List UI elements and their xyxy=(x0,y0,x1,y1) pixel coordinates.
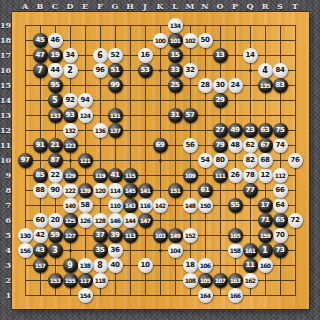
black-stone-D3-move-9[interactable]: 9 xyxy=(63,258,78,273)
black-stone-L13-move-31[interactable]: 31 xyxy=(168,108,183,123)
black-stone-R4-move-1[interactable]: 1 xyxy=(258,243,273,258)
white-stone-F16-move-96[interactable]: 96 xyxy=(93,63,108,78)
white-stone-S11-move-74[interactable]: 74 xyxy=(273,138,288,153)
column-label-B: B xyxy=(33,1,48,12)
black-stone-B16-move-7[interactable]: 7 xyxy=(33,63,48,78)
black-stone-G5-move-39[interactable]: 39 xyxy=(108,228,123,243)
white-stone-F12-move-136[interactable]: 136 xyxy=(93,123,108,138)
white-stone-Q17-move-14[interactable]: 14 xyxy=(243,48,258,63)
white-stone-J3-move-10[interactable]: 10 xyxy=(138,258,153,273)
row-label-15: 15 xyxy=(0,78,11,93)
black-stone-S6-move-65[interactable]: 65 xyxy=(273,213,288,228)
black-stone-O12-move-27[interactable]: 27 xyxy=(213,123,228,138)
white-stone-E3-move-138[interactable]: 138 xyxy=(78,258,93,273)
white-stone-E14-move-94[interactable]: 94 xyxy=(78,93,93,108)
black-stone-H9-move-115[interactable]: 115 xyxy=(123,168,138,183)
white-stone-P15-move-24[interactable]: 24 xyxy=(228,78,243,93)
column-coordinate-labels: ABCDEFGHJKLMNOPQRST xyxy=(18,1,303,12)
white-stone-G8-move-114[interactable]: 114 xyxy=(108,183,123,198)
white-stone-P11-move-48[interactable]: 48 xyxy=(228,138,243,153)
white-stone-R3-move-160[interactable]: 160 xyxy=(258,258,273,273)
white-stone-L19-move-134[interactable]: 134 xyxy=(168,18,183,33)
black-stone-C17-move-19[interactable]: 19 xyxy=(48,48,63,63)
white-stone-G17-move-52[interactable]: 52 xyxy=(108,48,123,63)
white-stone-P1-move-166[interactable]: 166 xyxy=(228,288,243,303)
white-stone-C9-move-22[interactable]: 22 xyxy=(48,168,63,183)
black-stone-M13-move-57[interactable]: 57 xyxy=(183,108,198,123)
row-label-2: 2 xyxy=(0,273,11,288)
black-stone-E8-move-139[interactable]: 139 xyxy=(78,183,93,198)
white-stone-M2-move-108[interactable]: 108 xyxy=(183,273,198,288)
white-stone-E1-move-154[interactable]: 154 xyxy=(78,288,93,303)
black-stone-B11-move-91[interactable]: 91 xyxy=(33,138,48,153)
black-stone-D11-move-123[interactable]: 123 xyxy=(63,138,78,153)
black-stone-N2-move-105[interactable]: 105 xyxy=(198,273,213,288)
black-stone-R7-move-17[interactable]: 17 xyxy=(258,198,273,213)
black-stone-P5-move-165[interactable]: 165 xyxy=(228,228,243,243)
white-stone-N1-move-164[interactable]: 164 xyxy=(198,288,213,303)
white-stone-B5-move-42[interactable]: 42 xyxy=(33,228,48,243)
black-stone-G12-move-137[interactable]: 137 xyxy=(108,123,123,138)
white-stone-N3-move-106[interactable]: 106 xyxy=(198,258,213,273)
black-stone-K5-move-103[interactable]: 103 xyxy=(153,228,168,243)
white-stone-G7-move-110[interactable]: 110 xyxy=(108,198,123,213)
black-stone-H8-move-145[interactable]: 145 xyxy=(123,183,138,198)
black-stone-G9-move-41[interactable]: 41 xyxy=(108,168,123,183)
row-label-8: 8 xyxy=(0,183,11,198)
black-stone-L18-move-101[interactable]: 101 xyxy=(168,33,183,48)
white-stone-D17-move-34[interactable]: 34 xyxy=(63,48,78,63)
white-stone-F2-move-118[interactable]: 118 xyxy=(93,273,108,288)
column-label-S: S xyxy=(273,1,288,12)
white-stone-N15-move-28[interactable]: 28 xyxy=(198,78,213,93)
black-stone-G13-move-131[interactable]: 131 xyxy=(108,108,123,123)
white-stone-G3-move-40[interactable]: 40 xyxy=(108,258,123,273)
row-label-14: 14 xyxy=(0,93,11,108)
row-label-16: 16 xyxy=(0,63,11,78)
black-stone-C14-move-5[interactable]: 5 xyxy=(48,93,63,108)
white-stone-J7-move-116[interactable]: 116 xyxy=(138,198,153,213)
column-label-A: A xyxy=(18,1,33,12)
white-stone-C6-move-20[interactable]: 20 xyxy=(48,213,63,228)
black-stone-H7-move-143[interactable]: 143 xyxy=(123,198,138,213)
white-stone-L4-move-104[interactable]: 104 xyxy=(168,243,183,258)
black-stone-B18-move-45[interactable]: 45 xyxy=(33,33,48,48)
white-stone-Q9-move-78[interactable]: 78 xyxy=(243,168,258,183)
black-stone-C4-move-3[interactable]: 3 xyxy=(48,243,63,258)
white-stone-O10-move-80[interactable]: 80 xyxy=(213,153,228,168)
black-stone-C2-move-153[interactable]: 153 xyxy=(48,273,63,288)
stones-layer: 1234567891011121314151617181920212223242… xyxy=(18,18,303,303)
white-stone-F17-move-6[interactable]: 6 xyxy=(93,48,108,63)
row-label-19: 19 xyxy=(0,18,11,33)
white-stone-Q2-move-162[interactable]: 162 xyxy=(243,273,258,288)
black-stone-D13-move-93[interactable]: 93 xyxy=(63,108,78,123)
column-label-K: K xyxy=(153,1,168,12)
black-stone-O17-move-13[interactable]: 13 xyxy=(213,48,228,63)
white-stone-S9-move-112[interactable]: 112 xyxy=(273,168,288,183)
black-stone-E2-move-117[interactable]: 117 xyxy=(78,273,93,288)
column-label-Q: Q xyxy=(243,1,258,12)
column-label-L: L xyxy=(168,1,183,12)
row-label-11: 11 xyxy=(0,138,11,153)
white-stone-R10-move-68[interactable]: 68 xyxy=(258,153,273,168)
black-stone-J16-move-53[interactable]: 53 xyxy=(138,63,153,78)
row-label-5: 5 xyxy=(0,228,11,243)
white-stone-D14-move-92[interactable]: 92 xyxy=(63,93,78,108)
black-stone-F9-move-119[interactable]: 119 xyxy=(93,168,108,183)
black-stone-B9-move-85[interactable]: 85 xyxy=(33,168,48,183)
black-stone-K11-move-69[interactable]: 69 xyxy=(153,138,168,153)
black-stone-L15-move-25[interactable]: 25 xyxy=(168,78,183,93)
white-stone-M18-move-102[interactable]: 102 xyxy=(183,33,198,48)
black-stone-M9-move-109[interactable]: 109 xyxy=(183,168,198,183)
black-stone-Q8-move-77[interactable]: 77 xyxy=(243,183,258,198)
white-stone-M11-move-56[interactable]: 56 xyxy=(183,138,198,153)
go-kifu-screen: ABCDEFGHJKLMNOPQRST 19181716151413121110… xyxy=(0,0,320,320)
white-stone-N18-move-50[interactable]: 50 xyxy=(198,33,213,48)
column-label-R: R xyxy=(258,1,273,12)
row-label-1: 1 xyxy=(0,288,11,303)
black-stone-H5-move-113[interactable]: 113 xyxy=(123,228,138,243)
black-stone-F5-move-37[interactable]: 37 xyxy=(93,228,108,243)
column-label-J: J xyxy=(138,1,153,12)
white-stone-P4-move-158[interactable]: 158 xyxy=(228,243,243,258)
white-stone-D16-move-2[interactable]: 2 xyxy=(63,63,78,78)
row-label-12: 12 xyxy=(0,123,11,138)
row-label-6: 6 xyxy=(0,213,11,228)
black-stone-P12-move-49[interactable]: 49 xyxy=(228,123,243,138)
black-stone-S12-move-75[interactable]: 75 xyxy=(273,123,288,138)
column-label-N: N xyxy=(198,1,213,12)
white-stone-E13-move-124[interactable]: 124 xyxy=(78,108,93,123)
column-label-H: H xyxy=(123,1,138,12)
black-stone-R15-move-135[interactable]: 135 xyxy=(258,78,273,93)
row-label-9: 9 xyxy=(0,168,11,183)
white-stone-F8-move-120[interactable]: 120 xyxy=(93,183,108,198)
white-stone-S16-move-84[interactable]: 84 xyxy=(273,63,288,78)
column-label-P: P xyxy=(228,1,243,12)
white-stone-F6-move-128[interactable]: 128 xyxy=(93,213,108,228)
row-label-7: 7 xyxy=(0,198,11,213)
column-label-C: C xyxy=(48,1,63,12)
white-stone-T6-move-72[interactable]: 72 xyxy=(288,213,303,228)
white-stone-Q10-move-82[interactable]: 82 xyxy=(243,153,258,168)
black-stone-Q3-move-11[interactable]: 11 xyxy=(243,258,258,273)
white-stone-D7-move-140[interactable]: 140 xyxy=(63,198,78,213)
white-stone-M3-move-18[interactable]: 18 xyxy=(183,258,198,273)
white-stone-E6-move-126[interactable]: 126 xyxy=(78,213,93,228)
black-stone-B3-move-157[interactable]: 157 xyxy=(33,258,48,273)
white-stone-B6-move-60[interactable]: 60 xyxy=(33,213,48,228)
column-label-F: F xyxy=(93,1,108,12)
black-stone-C13-move-133[interactable]: 133 xyxy=(48,108,63,123)
black-stone-G15-move-99[interactable]: 99 xyxy=(108,78,123,93)
column-label-M: M xyxy=(183,1,198,12)
row-label-18: 18 xyxy=(0,33,11,48)
white-stone-H6-move-144[interactable]: 144 xyxy=(123,213,138,228)
row-label-3: 3 xyxy=(0,258,11,273)
white-stone-S8-move-66[interactable]: 66 xyxy=(273,183,288,198)
white-stone-G4-move-36[interactable]: 36 xyxy=(108,243,123,258)
row-label-13: 13 xyxy=(0,108,11,123)
black-stone-G16-move-51[interactable]: 51 xyxy=(108,63,123,78)
white-stone-R9-move-12[interactable]: 12 xyxy=(258,168,273,183)
white-stone-M5-move-152[interactable]: 152 xyxy=(183,228,198,243)
black-stone-Q4-move-161[interactable]: 161 xyxy=(243,243,258,258)
white-stone-C16-move-44[interactable]: 44 xyxy=(48,63,63,78)
white-stone-J17-move-16[interactable]: 16 xyxy=(138,48,153,63)
white-stone-G6-move-146[interactable]: 146 xyxy=(108,213,123,228)
black-stone-C15-move-95[interactable]: 95 xyxy=(48,78,63,93)
white-stone-F3-move-8[interactable]: 8 xyxy=(93,258,108,273)
black-stone-E10-move-121[interactable]: 121 xyxy=(78,153,93,168)
white-stone-K7-move-142[interactable]: 142 xyxy=(153,198,168,213)
column-label-E: E xyxy=(78,1,93,12)
black-stone-L5-move-149[interactable]: 149 xyxy=(168,228,183,243)
black-stone-L16-move-33[interactable]: 33 xyxy=(168,63,183,78)
white-stone-S5-move-70[interactable]: 70 xyxy=(273,228,288,243)
white-stone-N10-move-54[interactable]: 54 xyxy=(198,153,213,168)
white-stone-T10-move-76[interactable]: 76 xyxy=(288,153,303,168)
black-stone-C11-move-21[interactable]: 21 xyxy=(48,138,63,153)
white-stone-S7-move-64[interactable]: 64 xyxy=(273,198,288,213)
white-stone-D12-move-132[interactable]: 132 xyxy=(63,123,78,138)
row-label-4: 4 xyxy=(0,243,11,258)
black-stone-O2-move-107[interactable]: 107 xyxy=(213,273,228,288)
row-label-17: 17 xyxy=(0,48,11,63)
black-stone-R12-move-63[interactable]: 63 xyxy=(258,123,273,138)
black-stone-Q12-move-23[interactable]: 23 xyxy=(243,123,258,138)
black-stone-O14-move-29[interactable]: 29 xyxy=(213,93,228,108)
column-label-D: D xyxy=(63,1,78,12)
white-stone-P9-move-26[interactable]: 26 xyxy=(228,168,243,183)
white-stone-A4-move-156[interactable]: 156 xyxy=(18,243,33,258)
black-stone-D2-move-155[interactable]: 155 xyxy=(63,273,78,288)
white-stone-M16-move-32[interactable]: 32 xyxy=(183,63,198,78)
white-stone-B8-move-88[interactable]: 88 xyxy=(33,183,48,198)
white-stone-C8-move-90[interactable]: 90 xyxy=(48,183,63,198)
black-stone-R5-move-159[interactable]: 159 xyxy=(258,228,273,243)
white-stone-C18-move-46[interactable]: 46 xyxy=(48,33,63,48)
black-stone-S15-move-83[interactable]: 83 xyxy=(273,78,288,93)
black-stone-S4-move-73[interactable]: 73 xyxy=(273,243,288,258)
column-label-T: T xyxy=(288,1,303,12)
white-stone-Q11-move-62[interactable]: 62 xyxy=(243,138,258,153)
black-stone-L8-move-151[interactable]: 151 xyxy=(168,183,183,198)
white-stone-E7-move-58[interactable]: 58 xyxy=(78,198,93,213)
column-label-G: G xyxy=(108,1,123,12)
black-stone-J6-move-147[interactable]: 147 xyxy=(138,213,153,228)
black-stone-F4-move-35[interactable]: 35 xyxy=(93,243,108,258)
black-stone-D9-move-129[interactable]: 129 xyxy=(63,168,78,183)
black-stone-B4-move-43[interactable]: 43 xyxy=(33,243,48,258)
black-stone-A10-move-97[interactable]: 97 xyxy=(18,153,33,168)
black-stone-P7-move-55[interactable]: 55 xyxy=(228,198,243,213)
black-stone-C5-move-59[interactable]: 59 xyxy=(48,228,63,243)
white-stone-N7-move-150[interactable]: 150 xyxy=(198,198,213,213)
black-stone-C10-move-87[interactable]: 87 xyxy=(48,153,63,168)
row-coordinate-labels: 19181716151413121110987654321 xyxy=(0,18,10,303)
black-stone-J8-move-141[interactable]: 141 xyxy=(138,183,153,198)
black-stone-D5-move-127[interactable]: 127 xyxy=(63,228,78,243)
white-stone-O15-move-30[interactable]: 30 xyxy=(213,78,228,93)
black-stone-N8-move-61[interactable]: 61 xyxy=(198,183,213,198)
white-stone-K18-move-100[interactable]: 100 xyxy=(153,33,168,48)
black-stone-P2-move-163[interactable]: 163 xyxy=(228,273,243,288)
black-stone-O9-move-111[interactable]: 111 xyxy=(213,168,228,183)
black-stone-D6-move-125[interactable]: 125 xyxy=(63,213,78,228)
white-stone-A5-move-130[interactable]: 130 xyxy=(18,228,33,243)
white-stone-M7-move-148[interactable]: 148 xyxy=(183,198,198,213)
black-stone-R11-move-67[interactable]: 67 xyxy=(258,138,273,153)
black-stone-B17-move-47[interactable]: 47 xyxy=(33,48,48,63)
black-stone-R6-move-71[interactable]: 71 xyxy=(258,213,273,228)
white-stone-R16-move-4[interactable]: 4 xyxy=(258,63,273,78)
row-label-10: 10 xyxy=(0,153,11,168)
black-stone-O11-move-79[interactable]: 79 xyxy=(213,138,228,153)
column-label-O: O xyxy=(213,1,228,12)
black-stone-L17-move-15[interactable]: 15 xyxy=(168,48,183,63)
white-stone-D8-move-122[interactable]: 122 xyxy=(63,183,78,198)
